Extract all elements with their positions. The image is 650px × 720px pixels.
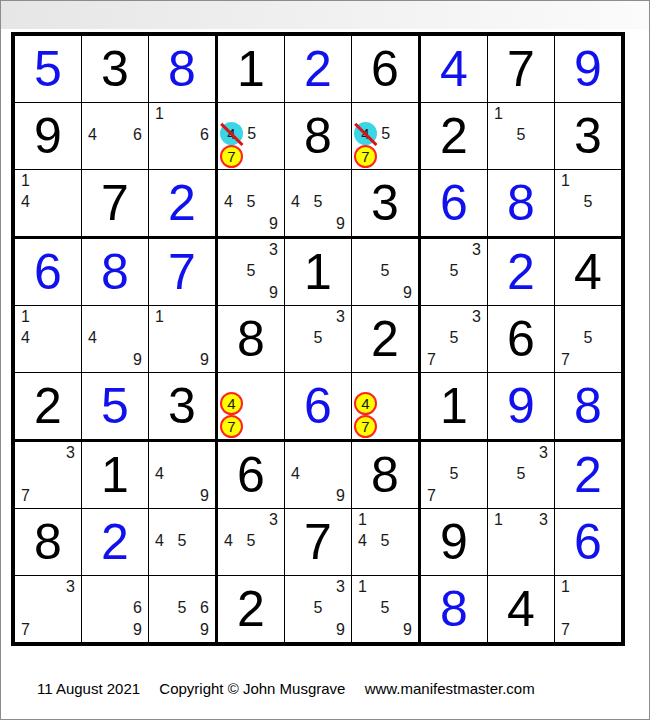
cell-r7c2[interactable]: 1 bbox=[82, 442, 149, 509]
solved-digit: 4 bbox=[440, 44, 468, 94]
candidate-9: 9 bbox=[403, 622, 412, 638]
candidate-3: 3 bbox=[539, 512, 548, 528]
candidates: 47 bbox=[218, 373, 284, 439]
given-digit: 3 bbox=[371, 178, 399, 228]
cell-r7c8[interactable]: 35 bbox=[488, 442, 555, 509]
candidate-5: 5 bbox=[584, 194, 593, 210]
candidate-3: 3 bbox=[336, 309, 345, 325]
cell-r2c8[interactable]: 15 bbox=[488, 103, 555, 170]
candidate-5: 5 bbox=[381, 600, 390, 616]
cell-r1c2[interactable]: 3 bbox=[82, 36, 149, 103]
cell-r4c4[interactable]: 359 bbox=[218, 239, 285, 306]
candidates: 49 bbox=[149, 442, 215, 508]
cell-r6c1[interactable]: 2 bbox=[15, 373, 82, 442]
cell-r9c5[interactable]: 359 bbox=[285, 576, 352, 642]
candidate-9: 9 bbox=[200, 622, 209, 638]
candidates: 17 bbox=[555, 576, 621, 642]
cell-r6c8[interactable]: 9 bbox=[488, 373, 555, 442]
cell-r8c2[interactable]: 2 bbox=[82, 509, 149, 576]
cell-r1c4[interactable]: 1 bbox=[218, 36, 285, 103]
cell-r1c3[interactable]: 8 bbox=[149, 36, 218, 103]
candidates: 159 bbox=[352, 576, 418, 642]
cell-r9c7[interactable]: 8 bbox=[421, 576, 488, 642]
candidate-7: 7 bbox=[427, 352, 436, 368]
candidates: 19 bbox=[149, 306, 215, 372]
candidate-1: 1 bbox=[561, 579, 570, 595]
candidates: 37 bbox=[15, 442, 81, 508]
solved-digit: 2 bbox=[168, 178, 196, 228]
candidate-1: 1 bbox=[358, 579, 367, 595]
given-digit: 2 bbox=[34, 381, 62, 431]
candidates: 69 bbox=[82, 576, 148, 642]
candidates: 57 bbox=[555, 306, 621, 372]
candidates: 15 bbox=[488, 103, 554, 169]
candidate-3: 3 bbox=[539, 445, 548, 461]
cell-r5c1[interactable]: 14 bbox=[15, 306, 82, 373]
candidate-9: 9 bbox=[336, 488, 345, 504]
cell-r3c9[interactable]: 15 bbox=[555, 170, 621, 239]
given-digit: 8 bbox=[237, 314, 265, 364]
cell-r5c9[interactable]: 57 bbox=[555, 306, 621, 373]
candidate-4: 4 bbox=[224, 194, 233, 210]
candidates: 35 bbox=[421, 239, 487, 305]
cell-r4c9[interactable]: 4 bbox=[555, 239, 621, 306]
cell-r3c6[interactable]: 3 bbox=[352, 170, 421, 239]
candidates: 459 bbox=[285, 170, 351, 236]
given-digit: 8 bbox=[34, 517, 62, 567]
footer-copyright: Copyright © John Musgrave bbox=[159, 680, 345, 697]
candidate-5: 5 bbox=[381, 263, 390, 279]
cell-r3c8[interactable]: 8 bbox=[488, 170, 555, 239]
cell-r1c5[interactable]: 2 bbox=[285, 36, 352, 103]
candidate-7: 7 bbox=[561, 352, 570, 368]
given-digit: 3 bbox=[574, 111, 602, 161]
cell-r2c3[interactable]: 16 bbox=[149, 103, 218, 170]
solved-digit: 5 bbox=[101, 381, 129, 431]
candidate-3: 3 bbox=[472, 242, 481, 258]
cell-r6c6[interactable]: 47 bbox=[352, 373, 421, 442]
candidates: 14 bbox=[15, 306, 81, 372]
cell-r2c7[interactable]: 2 bbox=[421, 103, 488, 170]
cell-r3c2[interactable]: 7 bbox=[82, 170, 149, 239]
candidate-5: 5 bbox=[381, 533, 390, 549]
solved-digit: 8 bbox=[507, 178, 535, 228]
candidates: 145 bbox=[352, 509, 418, 575]
cell-r5c7[interactable]: 357 bbox=[421, 306, 488, 373]
candidate-4: 4 bbox=[88, 330, 97, 346]
candidate-6: 6 bbox=[200, 600, 209, 616]
given-digit: 8 bbox=[304, 111, 332, 161]
candidate-4: 4 bbox=[88, 127, 97, 143]
candidate-6: 6 bbox=[200, 127, 209, 143]
candidate-4: 4 bbox=[21, 194, 30, 210]
cell-r4c2[interactable]: 8 bbox=[82, 239, 149, 306]
given-digit: 7 bbox=[304, 517, 332, 567]
candidate-5: 5 bbox=[381, 126, 390, 142]
candidate-5: 5 bbox=[517, 127, 526, 143]
cell-r1c9[interactable]: 9 bbox=[555, 36, 621, 103]
given-digit: 1 bbox=[440, 381, 468, 431]
candidates: 49 bbox=[285, 442, 351, 508]
candidate-7: 7 bbox=[21, 488, 30, 504]
candidates: 345 bbox=[218, 509, 284, 575]
candidates: 457 bbox=[352, 103, 418, 169]
cell-r8c4[interactable]: 345 bbox=[218, 509, 285, 576]
candidates: 14 bbox=[15, 170, 81, 236]
cell-r4c7[interactable]: 35 bbox=[421, 239, 488, 306]
given-digit: 1 bbox=[304, 247, 332, 297]
solved-digit: 7 bbox=[168, 247, 196, 297]
candidate-5: 5 bbox=[450, 263, 459, 279]
cell-r5c8[interactable]: 6 bbox=[488, 306, 555, 373]
cell-r6c7[interactable]: 1 bbox=[421, 373, 488, 442]
cell-r9c3[interactable]: 569 bbox=[149, 576, 218, 642]
cell-r3c4[interactable]: 459 bbox=[218, 170, 285, 239]
candidates: 15 bbox=[555, 170, 621, 236]
cell-r7c3[interactable]: 49 bbox=[149, 442, 218, 509]
solved-digit: 8 bbox=[168, 44, 196, 94]
cell-r6c5[interactable]: 6 bbox=[285, 373, 352, 442]
cell-r9c1[interactable]: 37 bbox=[15, 576, 82, 642]
given-digit: 3 bbox=[168, 381, 196, 431]
cell-r1c8[interactable]: 7 bbox=[488, 36, 555, 103]
solved-digit: 8 bbox=[574, 381, 602, 431]
cell-r2c5[interactable]: 8 bbox=[285, 103, 352, 170]
window-top-band bbox=[1, 1, 649, 29]
cell-r4c3[interactable]: 7 bbox=[149, 239, 218, 306]
candidates: 37 bbox=[15, 576, 81, 642]
cell-r7c9[interactable]: 2 bbox=[555, 442, 621, 509]
given-digit: 7 bbox=[507, 44, 535, 94]
candidate-3: 3 bbox=[66, 445, 75, 461]
solved-digit: 6 bbox=[440, 178, 468, 228]
candidate-7-yellow-ring: 7 bbox=[354, 145, 377, 168]
candidate-5: 5 bbox=[247, 533, 256, 549]
cell-r8c8[interactable]: 13 bbox=[488, 509, 555, 576]
cell-r9c4[interactable]: 2 bbox=[218, 576, 285, 642]
solved-digit: 2 bbox=[101, 517, 129, 567]
cell-r9c9[interactable]: 17 bbox=[555, 576, 621, 642]
given-digit: 9 bbox=[34, 111, 62, 161]
candidate-9: 9 bbox=[133, 622, 142, 638]
candidate-7: 7 bbox=[427, 488, 436, 504]
cell-r3c7[interactable]: 6 bbox=[421, 170, 488, 239]
candidates: 35 bbox=[488, 442, 554, 508]
candidate-1: 1 bbox=[155, 309, 164, 325]
solved-digit: 9 bbox=[507, 381, 535, 431]
cell-r8c1[interactable]: 8 bbox=[15, 509, 82, 576]
candidate-3: 3 bbox=[336, 579, 345, 595]
candidates: 46 bbox=[82, 103, 148, 169]
candidate-4-yellow-ring: 4 bbox=[354, 392, 377, 415]
candidate-5: 5 bbox=[450, 330, 459, 346]
candidate-9: 9 bbox=[200, 488, 209, 504]
cell-r6c4[interactable]: 47 bbox=[218, 373, 285, 442]
given-digit: 2 bbox=[371, 314, 399, 364]
candidate-5: 5 bbox=[178, 600, 187, 616]
cell-r9c8[interactable]: 4 bbox=[488, 576, 555, 642]
candidates: 16 bbox=[149, 103, 215, 169]
cell-r8c6[interactable]: 145 bbox=[352, 509, 421, 576]
candidate-5: 5 bbox=[247, 263, 256, 279]
solved-digit: 2 bbox=[304, 44, 332, 94]
candidates: 359 bbox=[285, 576, 351, 642]
candidate-4: 4 bbox=[291, 194, 300, 210]
cell-r4c5[interactable]: 1 bbox=[285, 239, 352, 306]
cell-r4c6[interactable]: 59 bbox=[352, 239, 421, 306]
cell-r8c3[interactable]: 45 bbox=[149, 509, 218, 576]
candidate-4: 4 bbox=[358, 533, 367, 549]
cell-r2c1[interactable]: 9 bbox=[15, 103, 82, 170]
candidate-3: 3 bbox=[66, 579, 75, 595]
cell-r4c1[interactable]: 6 bbox=[15, 239, 82, 306]
candidate-1: 1 bbox=[358, 512, 367, 528]
solved-digit: 2 bbox=[507, 247, 535, 297]
candidate-5: 5 bbox=[314, 600, 323, 616]
candidate-9: 9 bbox=[269, 216, 278, 232]
given-digit: 9 bbox=[440, 517, 468, 567]
candidate-7-yellow-ring: 7 bbox=[220, 415, 243, 438]
candidates: 45 bbox=[149, 509, 215, 575]
given-digit: 1 bbox=[101, 450, 129, 500]
solved-digit: 5 bbox=[34, 44, 62, 94]
sudoku-board: 5381264799461645784572153147245945936815… bbox=[11, 32, 625, 646]
candidate-5: 5 bbox=[314, 330, 323, 346]
cell-r2c9[interactable]: 3 bbox=[555, 103, 621, 170]
cell-r1c1[interactable]: 5 bbox=[15, 36, 82, 103]
candidates: 357 bbox=[421, 306, 487, 372]
cell-r1c6[interactable]: 6 bbox=[352, 36, 421, 103]
candidates: 49 bbox=[82, 306, 148, 372]
given-digit: 1 bbox=[237, 44, 265, 94]
given-digit: 6 bbox=[507, 314, 535, 364]
candidate-4: 4 bbox=[155, 466, 164, 482]
solved-digit: 8 bbox=[101, 247, 129, 297]
cell-r2c2[interactable]: 46 bbox=[82, 103, 149, 170]
candidate-4-cyan-struck: 4 bbox=[220, 122, 243, 145]
candidate-1: 1 bbox=[494, 512, 503, 528]
given-digit: 4 bbox=[574, 247, 602, 297]
cell-r1c7[interactable]: 4 bbox=[421, 36, 488, 103]
cell-r3c5[interactable]: 459 bbox=[285, 170, 352, 239]
candidate-4-cyan-struck: 4 bbox=[354, 122, 377, 145]
given-digit: 6 bbox=[371, 44, 399, 94]
candidates: 457 bbox=[218, 103, 284, 169]
solved-digit: 9 bbox=[574, 44, 602, 94]
cell-r7c5[interactable]: 49 bbox=[285, 442, 352, 509]
candidate-3: 3 bbox=[269, 242, 278, 258]
solved-digit: 2 bbox=[574, 450, 602, 500]
footer-site-url: www.manifestmaster.com bbox=[365, 680, 535, 697]
candidate-7: 7 bbox=[21, 622, 30, 638]
page: 5381264799461645784572153147245945936815… bbox=[0, 0, 650, 720]
cell-r6c3[interactable]: 3 bbox=[149, 373, 218, 442]
cell-r4c8[interactable]: 2 bbox=[488, 239, 555, 306]
cell-r3c3[interactable]: 2 bbox=[149, 170, 218, 239]
cell-r8c5[interactable]: 7 bbox=[285, 509, 352, 576]
candidates: 459 bbox=[218, 170, 284, 236]
candidate-4: 4 bbox=[155, 533, 164, 549]
given-digit: 8 bbox=[371, 450, 399, 500]
candidates: 569 bbox=[149, 576, 215, 642]
candidate-4-yellow-ring: 4 bbox=[220, 392, 243, 415]
candidates: 47 bbox=[352, 373, 418, 439]
candidate-6: 6 bbox=[133, 127, 142, 143]
given-digit: 4 bbox=[507, 584, 535, 634]
candidates: 59 bbox=[352, 239, 418, 305]
cell-r7c6[interactable]: 8 bbox=[352, 442, 421, 509]
cell-r8c9[interactable]: 6 bbox=[555, 509, 621, 576]
candidate-9: 9 bbox=[200, 352, 209, 368]
candidate-5: 5 bbox=[314, 194, 323, 210]
solved-digit: 6 bbox=[574, 517, 602, 567]
candidate-4: 4 bbox=[21, 330, 30, 346]
given-digit: 2 bbox=[237, 584, 265, 634]
candidate-9: 9 bbox=[269, 285, 278, 301]
cell-r5c6[interactable]: 2 bbox=[352, 306, 421, 373]
cell-r8c7[interactable]: 9 bbox=[421, 509, 488, 576]
candidate-9: 9 bbox=[133, 352, 142, 368]
candidate-5: 5 bbox=[178, 533, 187, 549]
candidate-5: 5 bbox=[247, 126, 256, 142]
candidate-7-yellow-ring: 7 bbox=[354, 415, 377, 438]
candidate-6: 6 bbox=[133, 600, 142, 616]
candidate-9: 9 bbox=[336, 622, 345, 638]
cell-r5c5[interactable]: 35 bbox=[285, 306, 352, 373]
solved-digit: 6 bbox=[304, 381, 332, 431]
candidate-3: 3 bbox=[472, 309, 481, 325]
cell-r7c4[interactable]: 6 bbox=[218, 442, 285, 509]
candidate-1: 1 bbox=[21, 309, 30, 325]
candidate-9: 9 bbox=[336, 216, 345, 232]
candidate-5: 5 bbox=[517, 466, 526, 482]
cell-r5c3[interactable]: 19 bbox=[149, 306, 218, 373]
cell-r5c4[interactable]: 8 bbox=[218, 306, 285, 373]
cell-r2c4[interactable]: 457 bbox=[218, 103, 285, 170]
candidate-1: 1 bbox=[561, 173, 570, 189]
candidate-4: 4 bbox=[291, 466, 300, 482]
candidate-4: 4 bbox=[224, 533, 233, 549]
candidate-7: 7 bbox=[561, 622, 570, 638]
candidate-5: 5 bbox=[584, 330, 593, 346]
candidate-5: 5 bbox=[450, 466, 459, 482]
given-digit: 3 bbox=[101, 44, 129, 94]
candidates: 35 bbox=[285, 306, 351, 372]
cell-r9c6[interactable]: 159 bbox=[352, 576, 421, 642]
cell-r5c2[interactable]: 49 bbox=[82, 306, 149, 373]
cell-r3c1[interactable]: 14 bbox=[15, 170, 82, 239]
cell-r9c2[interactable]: 69 bbox=[82, 576, 149, 642]
candidate-7-yellow-ring: 7 bbox=[220, 145, 243, 168]
given-digit: 7 bbox=[101, 178, 129, 228]
candidate-5: 5 bbox=[247, 194, 256, 210]
cell-r6c2[interactable]: 5 bbox=[82, 373, 149, 442]
candidate-1: 1 bbox=[494, 106, 503, 122]
cell-r2c6[interactable]: 457 bbox=[352, 103, 421, 170]
candidates: 57 bbox=[421, 442, 487, 508]
footer-date: 11 August 2021 bbox=[37, 680, 140, 697]
candidates: 13 bbox=[488, 509, 554, 575]
candidate-1: 1 bbox=[21, 173, 30, 189]
candidates: 359 bbox=[218, 239, 284, 305]
given-digit: 6 bbox=[237, 450, 265, 500]
solved-digit: 8 bbox=[440, 584, 468, 634]
solved-digit: 6 bbox=[34, 247, 62, 297]
cell-r7c7[interactable]: 57 bbox=[421, 442, 488, 509]
candidate-1: 1 bbox=[155, 106, 164, 122]
given-digit: 2 bbox=[440, 111, 468, 161]
candidate-9: 9 bbox=[403, 285, 412, 301]
footer: 11 August 2021 Copyright © John Musgrave… bbox=[37, 680, 550, 697]
cell-r7c1[interactable]: 37 bbox=[15, 442, 82, 509]
candidate-3: 3 bbox=[269, 512, 278, 528]
cell-r6c9[interactable]: 8 bbox=[555, 373, 621, 442]
